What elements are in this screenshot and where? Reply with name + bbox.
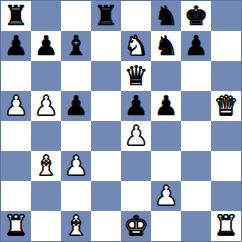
- square-h6[interactable]: [211, 61, 241, 91]
- piece-black-bishop[interactable]: ♝: [64, 32, 88, 59]
- square-b2[interactable]: [31, 181, 61, 211]
- square-d8[interactable]: ♜: [91, 1, 121, 31]
- square-c8[interactable]: [61, 1, 91, 31]
- square-h4[interactable]: [211, 121, 241, 151]
- square-e2[interactable]: [121, 181, 151, 211]
- piece-white-pawn[interactable]: ♟: [124, 122, 148, 149]
- piece-black-knight[interactable]: ♞: [154, 2, 178, 29]
- square-g2[interactable]: [181, 181, 211, 211]
- square-h8[interactable]: [211, 1, 241, 31]
- square-g6[interactable]: [181, 61, 211, 91]
- square-e3[interactable]: [121, 151, 151, 181]
- square-e5[interactable]: ♟: [121, 91, 151, 121]
- square-c2[interactable]: [61, 181, 91, 211]
- square-g4[interactable]: [181, 121, 211, 151]
- piece-white-knight[interactable]: ♞: [124, 32, 148, 59]
- piece-white-bishop[interactable]: ♝: [34, 152, 58, 179]
- square-a7[interactable]: ♟: [1, 31, 31, 61]
- square-f3[interactable]: [151, 151, 181, 181]
- piece-black-pawn[interactable]: ♟: [4, 32, 28, 59]
- square-a3[interactable]: [1, 151, 31, 181]
- piece-white-pawn[interactable]: ♟: [64, 152, 88, 179]
- square-g5[interactable]: [181, 91, 211, 121]
- square-b6[interactable]: [31, 61, 61, 91]
- square-f4[interactable]: [151, 121, 181, 151]
- square-c7[interactable]: ♝: [61, 31, 91, 61]
- square-e8[interactable]: [121, 1, 151, 31]
- square-c5[interactable]: ♟: [61, 91, 91, 121]
- square-d2[interactable]: [91, 181, 121, 211]
- piece-black-queen[interactable]: ♛: [124, 62, 148, 89]
- square-h2[interactable]: [211, 181, 241, 211]
- square-a1[interactable]: ♜: [1, 211, 31, 241]
- square-b3[interactable]: ♝: [31, 151, 61, 181]
- square-b5[interactable]: ♟: [31, 91, 61, 121]
- piece-white-rook[interactable]: ♜: [4, 212, 28, 239]
- square-f2[interactable]: ♟: [151, 181, 181, 211]
- piece-white-pawn[interactable]: ♟: [4, 92, 28, 119]
- square-a2[interactable]: [1, 181, 31, 211]
- square-d1[interactable]: [91, 211, 121, 241]
- piece-white-bishop[interactable]: ♝: [64, 212, 88, 239]
- square-c4[interactable]: [61, 121, 91, 151]
- square-h3[interactable]: [211, 151, 241, 181]
- square-c6[interactable]: [61, 61, 91, 91]
- piece-white-rook[interactable]: ♜: [214, 212, 238, 239]
- square-b1[interactable]: [31, 211, 61, 241]
- piece-black-pawn[interactable]: ♟: [34, 32, 58, 59]
- chess-board-container: ♜♜♞♚♟♟♝♞♞♟♛♟♟♟♟♟♛♟♝♟♟♜♝♚♜: [0, 0, 242, 242]
- square-f6[interactable]: [151, 61, 181, 91]
- chess-board: ♜♜♞♚♟♟♝♞♞♟♛♟♟♟♟♟♛♟♝♟♟♜♝♚♜: [0, 0, 242, 242]
- square-b7[interactable]: ♟: [31, 31, 61, 61]
- square-a6[interactable]: [1, 61, 31, 91]
- square-g7[interactable]: ♟: [181, 31, 211, 61]
- square-c3[interactable]: ♟: [61, 151, 91, 181]
- square-e6[interactable]: ♛: [121, 61, 151, 91]
- square-b8[interactable]: [31, 1, 61, 31]
- square-f1[interactable]: [151, 211, 181, 241]
- piece-black-pawn[interactable]: ♟: [154, 92, 178, 119]
- square-a4[interactable]: [1, 121, 31, 151]
- square-c1[interactable]: ♝: [61, 211, 91, 241]
- square-h5[interactable]: ♛: [211, 91, 241, 121]
- piece-black-knight[interactable]: ♞: [154, 32, 178, 59]
- square-d4[interactable]: [91, 121, 121, 151]
- square-d7[interactable]: [91, 31, 121, 61]
- square-e7[interactable]: ♞: [121, 31, 151, 61]
- square-e1[interactable]: ♚: [121, 211, 151, 241]
- piece-white-king[interactable]: ♚: [124, 212, 148, 239]
- square-f8[interactable]: ♞: [151, 1, 181, 31]
- square-h1[interactable]: ♜: [211, 211, 241, 241]
- square-f5[interactable]: ♟: [151, 91, 181, 121]
- square-d5[interactable]: [91, 91, 121, 121]
- square-a8[interactable]: ♜: [1, 1, 31, 31]
- square-d3[interactable]: [91, 151, 121, 181]
- square-g8[interactable]: ♚: [181, 1, 211, 31]
- square-h7[interactable]: [211, 31, 241, 61]
- piece-black-pawn[interactable]: ♟: [124, 92, 148, 119]
- square-b4[interactable]: [31, 121, 61, 151]
- piece-white-pawn[interactable]: ♟: [34, 92, 58, 119]
- square-d6[interactable]: [91, 61, 121, 91]
- piece-white-queen[interactable]: ♛: [214, 92, 238, 119]
- piece-black-pawn[interactable]: ♟: [184, 32, 208, 59]
- piece-white-pawn[interactable]: ♟: [154, 182, 178, 209]
- square-e4[interactable]: ♟: [121, 121, 151, 151]
- piece-black-rook[interactable]: ♜: [4, 2, 28, 29]
- piece-black-rook[interactable]: ♜: [94, 2, 118, 29]
- square-g3[interactable]: [181, 151, 211, 181]
- piece-black-pawn[interactable]: ♟: [64, 92, 88, 119]
- square-f7[interactable]: ♞: [151, 31, 181, 61]
- square-g1[interactable]: [181, 211, 211, 241]
- piece-black-king[interactable]: ♚: [184, 2, 208, 29]
- square-a5[interactable]: ♟: [1, 91, 31, 121]
